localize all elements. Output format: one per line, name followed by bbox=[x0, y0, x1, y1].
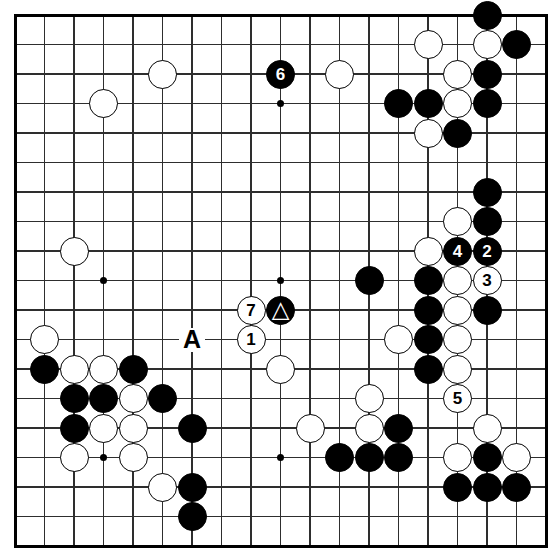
black-stone[interactable] bbox=[148, 384, 177, 413]
intersection[interactable] bbox=[236, 354, 266, 384]
intersection[interactable] bbox=[443, 30, 473, 60]
intersection[interactable] bbox=[207, 177, 237, 207]
intersection[interactable] bbox=[295, 177, 325, 207]
intersection[interactable] bbox=[30, 531, 60, 560]
intersection[interactable] bbox=[531, 295, 560, 325]
intersection[interactable] bbox=[325, 0, 355, 30]
intersection[interactable] bbox=[266, 472, 296, 502]
intersection[interactable] bbox=[0, 502, 30, 532]
intersection[interactable] bbox=[295, 472, 325, 502]
intersection[interactable] bbox=[413, 384, 443, 414]
intersection[interactable] bbox=[531, 0, 560, 30]
intersection[interactable] bbox=[30, 89, 60, 119]
intersection[interactable] bbox=[207, 295, 237, 325]
intersection[interactable] bbox=[148, 0, 178, 30]
intersection[interactable] bbox=[295, 30, 325, 60]
intersection[interactable] bbox=[502, 118, 532, 148]
intersection[interactable] bbox=[266, 148, 296, 178]
intersection[interactable] bbox=[0, 266, 30, 296]
intersection[interactable] bbox=[266, 531, 296, 560]
black-stone[interactable] bbox=[384, 414, 413, 443]
intersection[interactable] bbox=[325, 325, 355, 355]
intersection[interactable] bbox=[384, 236, 414, 266]
intersection[interactable] bbox=[0, 89, 30, 119]
intersection[interactable] bbox=[531, 354, 560, 384]
intersection[interactable] bbox=[59, 0, 89, 30]
intersection[interactable] bbox=[443, 0, 473, 30]
intersection[interactable] bbox=[177, 531, 207, 560]
intersection[interactable] bbox=[502, 502, 532, 532]
white-stone[interactable] bbox=[443, 355, 472, 384]
intersection[interactable] bbox=[30, 148, 60, 178]
intersection[interactable] bbox=[89, 472, 119, 502]
white-stone[interactable] bbox=[355, 414, 384, 443]
intersection[interactable] bbox=[354, 531, 384, 560]
intersection[interactable] bbox=[325, 236, 355, 266]
intersection[interactable] bbox=[236, 384, 266, 414]
intersection[interactable] bbox=[502, 89, 532, 119]
black-stone[interactable] bbox=[178, 414, 207, 443]
white-stone[interactable] bbox=[443, 207, 472, 236]
intersection[interactable] bbox=[413, 148, 443, 178]
intersection[interactable] bbox=[177, 30, 207, 60]
black-stone[interactable]: 2 bbox=[473, 237, 502, 266]
intersection[interactable] bbox=[118, 148, 148, 178]
intersection[interactable] bbox=[443, 177, 473, 207]
white-stone[interactable] bbox=[325, 60, 354, 89]
intersection[interactable] bbox=[207, 207, 237, 237]
intersection[interactable] bbox=[118, 89, 148, 119]
intersection[interactable] bbox=[59, 118, 89, 148]
intersection[interactable] bbox=[531, 118, 560, 148]
intersection[interactable] bbox=[325, 384, 355, 414]
white-stone[interactable] bbox=[119, 443, 148, 472]
intersection[interactable] bbox=[118, 236, 148, 266]
intersection[interactable] bbox=[502, 413, 532, 443]
intersection[interactable] bbox=[266, 325, 296, 355]
intersection[interactable] bbox=[472, 384, 502, 414]
black-stone[interactable] bbox=[502, 30, 531, 59]
point-label-A[interactable]: A bbox=[179, 328, 205, 352]
intersection[interactable] bbox=[266, 177, 296, 207]
intersection[interactable] bbox=[59, 325, 89, 355]
intersection[interactable] bbox=[0, 443, 30, 473]
white-stone[interactable] bbox=[296, 414, 325, 443]
intersection[interactable] bbox=[266, 118, 296, 148]
intersection[interactable] bbox=[413, 472, 443, 502]
intersection[interactable] bbox=[502, 207, 532, 237]
intersection[interactable] bbox=[384, 384, 414, 414]
intersection[interactable] bbox=[89, 0, 119, 30]
intersection[interactable] bbox=[148, 413, 178, 443]
intersection[interactable] bbox=[30, 118, 60, 148]
intersection[interactable] bbox=[148, 118, 178, 148]
intersection[interactable] bbox=[89, 30, 119, 60]
intersection[interactable] bbox=[30, 384, 60, 414]
intersection[interactable] bbox=[59, 30, 89, 60]
intersection[interactable] bbox=[413, 531, 443, 560]
black-stone[interactable] bbox=[443, 473, 472, 502]
intersection[interactable] bbox=[413, 502, 443, 532]
intersection[interactable] bbox=[30, 472, 60, 502]
intersection[interactable] bbox=[148, 207, 178, 237]
intersection[interactable] bbox=[325, 30, 355, 60]
intersection[interactable] bbox=[443, 502, 473, 532]
black-stone[interactable] bbox=[60, 384, 89, 413]
intersection[interactable] bbox=[89, 295, 119, 325]
intersection[interactable] bbox=[266, 0, 296, 30]
intersection[interactable] bbox=[207, 325, 237, 355]
intersection[interactable] bbox=[325, 148, 355, 178]
intersection[interactable] bbox=[236, 59, 266, 89]
intersection[interactable] bbox=[384, 118, 414, 148]
intersection[interactable] bbox=[30, 177, 60, 207]
intersection[interactable] bbox=[502, 177, 532, 207]
intersection[interactable] bbox=[266, 236, 296, 266]
intersection[interactable] bbox=[148, 89, 178, 119]
intersection[interactable] bbox=[354, 118, 384, 148]
intersection[interactable] bbox=[295, 325, 325, 355]
white-stone[interactable]: 5 bbox=[443, 384, 472, 413]
intersection[interactable] bbox=[207, 59, 237, 89]
intersection[interactable] bbox=[59, 89, 89, 119]
intersection[interactable] bbox=[531, 413, 560, 443]
intersection[interactable] bbox=[207, 0, 237, 30]
black-stone[interactable] bbox=[443, 119, 472, 148]
intersection[interactable] bbox=[207, 266, 237, 296]
black-stone[interactable] bbox=[355, 266, 384, 295]
intersection[interactable] bbox=[354, 236, 384, 266]
intersection[interactable] bbox=[295, 354, 325, 384]
intersection[interactable] bbox=[148, 531, 178, 560]
intersection[interactable] bbox=[472, 118, 502, 148]
intersection[interactable] bbox=[177, 295, 207, 325]
intersection[interactable] bbox=[295, 443, 325, 473]
intersection[interactable] bbox=[207, 148, 237, 178]
intersection[interactable] bbox=[325, 295, 355, 325]
intersection[interactable] bbox=[89, 118, 119, 148]
black-stone[interactable] bbox=[414, 355, 443, 384]
white-stone[interactable] bbox=[443, 296, 472, 325]
intersection[interactable] bbox=[443, 148, 473, 178]
intersection[interactable] bbox=[30, 502, 60, 532]
black-stone[interactable] bbox=[325, 443, 354, 472]
intersection[interactable] bbox=[325, 177, 355, 207]
intersection[interactable] bbox=[207, 30, 237, 60]
intersection[interactable] bbox=[148, 177, 178, 207]
black-stone[interactable] bbox=[355, 443, 384, 472]
intersection[interactable] bbox=[531, 30, 560, 60]
intersection[interactable] bbox=[502, 295, 532, 325]
intersection[interactable] bbox=[236, 236, 266, 266]
white-stone[interactable] bbox=[355, 384, 384, 413]
white-stone[interactable] bbox=[60, 237, 89, 266]
white-stone[interactable]: 3 bbox=[473, 266, 502, 295]
intersection[interactable] bbox=[502, 59, 532, 89]
intersection[interactable] bbox=[0, 354, 30, 384]
intersection[interactable] bbox=[531, 325, 560, 355]
black-stone[interactable] bbox=[502, 473, 531, 502]
intersection[interactable] bbox=[89, 59, 119, 89]
intersection[interactable] bbox=[0, 118, 30, 148]
intersection[interactable] bbox=[118, 531, 148, 560]
intersection[interactable] bbox=[531, 148, 560, 178]
intersection[interactable] bbox=[384, 354, 414, 384]
white-stone[interactable]: 7 bbox=[237, 296, 266, 325]
intersection[interactable] bbox=[354, 354, 384, 384]
intersection[interactable] bbox=[89, 502, 119, 532]
intersection[interactable] bbox=[177, 384, 207, 414]
intersection[interactable] bbox=[30, 295, 60, 325]
intersection[interactable] bbox=[0, 295, 30, 325]
white-stone[interactable] bbox=[266, 355, 295, 384]
intersection[interactable] bbox=[148, 30, 178, 60]
intersection[interactable] bbox=[295, 236, 325, 266]
intersection[interactable] bbox=[443, 413, 473, 443]
intersection[interactable] bbox=[148, 443, 178, 473]
white-stone[interactable] bbox=[119, 384, 148, 413]
white-stone[interactable] bbox=[384, 325, 413, 354]
intersection[interactable] bbox=[413, 177, 443, 207]
intersection[interactable] bbox=[59, 177, 89, 207]
white-stone[interactable] bbox=[443, 89, 472, 118]
intersection[interactable] bbox=[59, 502, 89, 532]
intersection[interactable] bbox=[384, 0, 414, 30]
intersection[interactable] bbox=[384, 207, 414, 237]
intersection[interactable] bbox=[89, 148, 119, 178]
white-stone[interactable] bbox=[89, 89, 118, 118]
intersection[interactable] bbox=[177, 118, 207, 148]
intersection[interactable] bbox=[531, 236, 560, 266]
intersection[interactable] bbox=[472, 354, 502, 384]
intersection[interactable] bbox=[207, 384, 237, 414]
intersection[interactable] bbox=[207, 443, 237, 473]
intersection[interactable] bbox=[59, 207, 89, 237]
white-stone[interactable] bbox=[60, 355, 89, 384]
intersection[interactable] bbox=[30, 30, 60, 60]
intersection[interactable] bbox=[236, 207, 266, 237]
intersection[interactable] bbox=[384, 295, 414, 325]
intersection[interactable] bbox=[502, 236, 532, 266]
intersection[interactable] bbox=[0, 177, 30, 207]
white-stone[interactable] bbox=[148, 60, 177, 89]
intersection[interactable] bbox=[413, 443, 443, 473]
intersection[interactable] bbox=[531, 384, 560, 414]
black-stone[interactable]: 6 bbox=[266, 60, 295, 89]
white-stone[interactable] bbox=[414, 30, 443, 59]
intersection[interactable] bbox=[384, 177, 414, 207]
intersection[interactable] bbox=[325, 531, 355, 560]
intersection[interactable] bbox=[59, 295, 89, 325]
intersection[interactable] bbox=[177, 354, 207, 384]
intersection[interactable] bbox=[531, 531, 560, 560]
intersection[interactable] bbox=[118, 502, 148, 532]
intersection[interactable] bbox=[354, 325, 384, 355]
intersection[interactable] bbox=[236, 0, 266, 30]
intersection[interactable] bbox=[325, 354, 355, 384]
black-stone[interactable] bbox=[119, 355, 148, 384]
intersection[interactable] bbox=[384, 30, 414, 60]
intersection[interactable] bbox=[0, 59, 30, 89]
intersection[interactable] bbox=[295, 384, 325, 414]
intersection[interactable] bbox=[236, 118, 266, 148]
intersection[interactable] bbox=[0, 325, 30, 355]
intersection[interactable] bbox=[30, 0, 60, 30]
intersection[interactable] bbox=[354, 295, 384, 325]
intersection[interactable] bbox=[30, 59, 60, 89]
intersection[interactable] bbox=[89, 177, 119, 207]
intersection[interactable] bbox=[0, 384, 30, 414]
intersection[interactable] bbox=[295, 148, 325, 178]
intersection[interactable] bbox=[30, 207, 60, 237]
white-stone[interactable] bbox=[30, 325, 59, 354]
intersection[interactable] bbox=[0, 472, 30, 502]
intersection[interactable] bbox=[207, 89, 237, 119]
intersection[interactable] bbox=[148, 354, 178, 384]
intersection[interactable] bbox=[502, 148, 532, 178]
intersection[interactable] bbox=[236, 443, 266, 473]
intersection[interactable] bbox=[472, 148, 502, 178]
white-stone[interactable] bbox=[89, 355, 118, 384]
intersection[interactable] bbox=[236, 148, 266, 178]
intersection[interactable] bbox=[531, 502, 560, 532]
intersection[interactable] bbox=[207, 354, 237, 384]
intersection[interactable] bbox=[502, 266, 532, 296]
intersection[interactable] bbox=[502, 384, 532, 414]
intersection[interactable] bbox=[384, 266, 414, 296]
black-stone[interactable] bbox=[414, 266, 443, 295]
intersection[interactable] bbox=[325, 502, 355, 532]
black-stone[interactable] bbox=[473, 1, 502, 30]
intersection[interactable] bbox=[295, 502, 325, 532]
intersection[interactable] bbox=[207, 236, 237, 266]
intersection[interactable] bbox=[443, 531, 473, 560]
intersection[interactable] bbox=[118, 177, 148, 207]
intersection[interactable] bbox=[384, 472, 414, 502]
white-stone[interactable]: 1 bbox=[237, 325, 266, 354]
black-stone[interactable] bbox=[178, 473, 207, 502]
intersection[interactable] bbox=[266, 384, 296, 414]
white-stone[interactable] bbox=[443, 325, 472, 354]
intersection[interactable] bbox=[59, 59, 89, 89]
intersection[interactable] bbox=[148, 295, 178, 325]
intersection[interactable] bbox=[472, 531, 502, 560]
white-stone[interactable] bbox=[89, 414, 118, 443]
black-stone[interactable] bbox=[473, 178, 502, 207]
intersection[interactable] bbox=[354, 89, 384, 119]
intersection[interactable] bbox=[295, 0, 325, 30]
intersection[interactable] bbox=[354, 207, 384, 237]
black-stone[interactable] bbox=[384, 443, 413, 472]
intersection[interactable] bbox=[207, 118, 237, 148]
intersection[interactable] bbox=[236, 502, 266, 532]
intersection[interactable] bbox=[531, 207, 560, 237]
intersection[interactable] bbox=[413, 59, 443, 89]
intersection[interactable] bbox=[30, 413, 60, 443]
black-stone[interactable] bbox=[384, 89, 413, 118]
intersection[interactable] bbox=[236, 531, 266, 560]
intersection[interactable] bbox=[413, 207, 443, 237]
intersection[interactable] bbox=[325, 207, 355, 237]
intersection[interactable] bbox=[266, 502, 296, 532]
intersection[interactable] bbox=[295, 89, 325, 119]
intersection[interactable] bbox=[177, 236, 207, 266]
intersection[interactable] bbox=[354, 502, 384, 532]
white-stone[interactable] bbox=[119, 414, 148, 443]
intersection[interactable] bbox=[148, 266, 178, 296]
intersection[interactable] bbox=[118, 30, 148, 60]
white-stone[interactable] bbox=[443, 443, 472, 472]
intersection[interactable] bbox=[531, 266, 560, 296]
intersection[interactable] bbox=[177, 266, 207, 296]
intersection[interactable] bbox=[118, 59, 148, 89]
intersection[interactable] bbox=[177, 0, 207, 30]
black-stone[interactable] bbox=[178, 502, 207, 531]
intersection[interactable] bbox=[148, 236, 178, 266]
white-stone[interactable] bbox=[414, 237, 443, 266]
intersection[interactable] bbox=[118, 118, 148, 148]
intersection[interactable] bbox=[207, 502, 237, 532]
black-stone[interactable] bbox=[473, 60, 502, 89]
intersection[interactable] bbox=[354, 59, 384, 89]
intersection[interactable] bbox=[472, 325, 502, 355]
intersection[interactable] bbox=[177, 89, 207, 119]
intersection[interactable] bbox=[384, 531, 414, 560]
intersection[interactable] bbox=[413, 0, 443, 30]
black-stone[interactable] bbox=[473, 207, 502, 236]
intersection[interactable] bbox=[89, 531, 119, 560]
intersection[interactable] bbox=[0, 0, 30, 30]
intersection[interactable] bbox=[266, 207, 296, 237]
intersection[interactable] bbox=[384, 502, 414, 532]
intersection[interactable] bbox=[59, 472, 89, 502]
intersection[interactable] bbox=[177, 443, 207, 473]
intersection[interactable] bbox=[118, 472, 148, 502]
black-stone[interactable] bbox=[473, 89, 502, 118]
intersection[interactable] bbox=[384, 59, 414, 89]
intersection[interactable] bbox=[502, 531, 532, 560]
intersection[interactable] bbox=[266, 30, 296, 60]
intersection[interactable] bbox=[531, 177, 560, 207]
intersection[interactable] bbox=[531, 472, 560, 502]
intersection[interactable] bbox=[295, 295, 325, 325]
black-stone[interactable]: 4 bbox=[443, 237, 472, 266]
intersection[interactable] bbox=[325, 89, 355, 119]
intersection[interactable] bbox=[531, 89, 560, 119]
intersection[interactable] bbox=[354, 0, 384, 30]
intersection[interactable] bbox=[59, 266, 89, 296]
intersection[interactable] bbox=[0, 148, 30, 178]
intersection[interactable] bbox=[177, 207, 207, 237]
intersection[interactable] bbox=[295, 207, 325, 237]
black-stone[interactable] bbox=[473, 296, 502, 325]
intersection[interactable] bbox=[59, 531, 89, 560]
black-stone[interactable] bbox=[473, 443, 502, 472]
intersection[interactable] bbox=[236, 177, 266, 207]
intersection[interactable] bbox=[118, 266, 148, 296]
intersection[interactable] bbox=[89, 236, 119, 266]
intersection[interactable] bbox=[0, 207, 30, 237]
intersection[interactable] bbox=[148, 148, 178, 178]
black-stone[interactable] bbox=[473, 473, 502, 502]
intersection[interactable] bbox=[354, 148, 384, 178]
white-stone[interactable] bbox=[502, 443, 531, 472]
intersection[interactable] bbox=[325, 118, 355, 148]
intersection[interactable] bbox=[0, 30, 30, 60]
intersection[interactable] bbox=[30, 236, 60, 266]
intersection[interactable] bbox=[148, 325, 178, 355]
intersection[interactable] bbox=[207, 472, 237, 502]
